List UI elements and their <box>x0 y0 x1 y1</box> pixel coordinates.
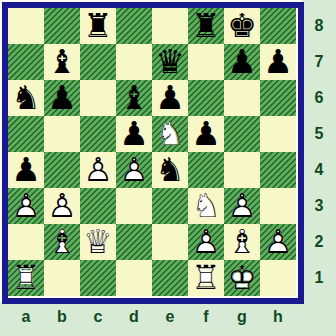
square-a7[interactable] <box>8 44 44 80</box>
square-b6[interactable]: ♟ <box>44 80 80 116</box>
square-e8[interactable] <box>152 8 188 44</box>
file-label-a: a <box>8 302 44 332</box>
piece-black-king[interactable]: ♚ <box>224 8 260 44</box>
board-frame: ♜♜♚♝♛♟♟♞♟♝♟♟♞♘♟♟♟♙♟♙♞♟♙♟♙♞♘♟♙♝♗♛♕♟♙♝♗♟♙♜… <box>2 2 304 304</box>
square-h3[interactable] <box>260 188 296 224</box>
square-c6[interactable] <box>80 80 116 116</box>
square-f7[interactable] <box>188 44 224 80</box>
rank-label-4: 4 <box>304 152 334 188</box>
square-e7[interactable]: ♛ <box>152 44 188 80</box>
rank-label-5: 5 <box>304 116 334 152</box>
square-h7[interactable]: ♟ <box>260 44 296 80</box>
square-h6[interactable] <box>260 80 296 116</box>
square-d7[interactable] <box>116 44 152 80</box>
square-g1[interactable]: ♚♔ <box>224 260 260 296</box>
square-b2[interactable]: ♝♗ <box>44 224 80 260</box>
piece-white-pawn[interactable]: ♟♙ <box>260 224 296 260</box>
square-c5[interactable] <box>80 116 116 152</box>
piece-black-knight[interactable]: ♞ <box>8 80 44 116</box>
square-c4[interactable]: ♟♙ <box>80 152 116 188</box>
square-d5[interactable]: ♟ <box>116 116 152 152</box>
square-h5[interactable] <box>260 116 296 152</box>
square-a4[interactable]: ♟ <box>8 152 44 188</box>
square-d6[interactable]: ♝ <box>116 80 152 116</box>
square-a5[interactable] <box>8 116 44 152</box>
square-b8[interactable] <box>44 8 80 44</box>
piece-white-rook[interactable]: ♜♖ <box>188 260 224 296</box>
file-label-e: e <box>152 302 188 332</box>
file-label-d: d <box>116 302 152 332</box>
piece-white-knight[interactable]: ♞♘ <box>188 188 224 224</box>
rank-label-2: 2 <box>304 224 334 260</box>
square-b1[interactable] <box>44 260 80 296</box>
square-b7[interactable]: ♝ <box>44 44 80 80</box>
piece-white-rook[interactable]: ♜♖ <box>8 260 44 296</box>
square-f8[interactable]: ♜ <box>188 8 224 44</box>
rank-label-8: 8 <box>304 8 334 44</box>
piece-white-bishop[interactable]: ♝♗ <box>224 224 260 260</box>
rank-labels: 87654321 <box>304 8 334 296</box>
square-f6[interactable] <box>188 80 224 116</box>
square-c1[interactable] <box>80 260 116 296</box>
square-g8[interactable]: ♚ <box>224 8 260 44</box>
square-b5[interactable] <box>44 116 80 152</box>
rank-label-1: 1 <box>304 260 334 296</box>
square-a2[interactable] <box>8 224 44 260</box>
piece-white-pawn[interactable]: ♟♙ <box>44 188 80 224</box>
file-labels: abcdefgh <box>8 302 296 332</box>
square-d8[interactable] <box>116 8 152 44</box>
piece-black-bishop[interactable]: ♝ <box>44 44 80 80</box>
piece-black-rook[interactable]: ♜ <box>80 8 116 44</box>
piece-black-pawn[interactable]: ♟ <box>44 80 80 116</box>
square-f5[interactable]: ♟ <box>188 116 224 152</box>
square-g6[interactable] <box>224 80 260 116</box>
piece-black-pawn[interactable]: ♟ <box>260 44 296 80</box>
square-h4[interactable] <box>260 152 296 188</box>
piece-black-pawn[interactable]: ♟ <box>116 116 152 152</box>
square-e2[interactable] <box>152 224 188 260</box>
square-f1[interactable]: ♜♖ <box>188 260 224 296</box>
square-b4[interactable] <box>44 152 80 188</box>
square-f3[interactable]: ♞♘ <box>188 188 224 224</box>
piece-white-pawn[interactable]: ♟♙ <box>8 188 44 224</box>
square-g5[interactable] <box>224 116 260 152</box>
piece-black-pawn[interactable]: ♟ <box>152 80 188 116</box>
file-label-g: g <box>224 302 260 332</box>
square-g7[interactable]: ♟ <box>224 44 260 80</box>
square-e1[interactable] <box>152 260 188 296</box>
square-c8[interactable]: ♜ <box>80 8 116 44</box>
file-label-h: h <box>260 302 296 332</box>
square-a6[interactable]: ♞ <box>8 80 44 116</box>
piece-white-pawn[interactable]: ♟♙ <box>80 152 116 188</box>
piece-white-queen[interactable]: ♛♕ <box>80 224 116 260</box>
rank-label-6: 6 <box>304 80 334 116</box>
rank-label-3: 3 <box>304 188 334 224</box>
piece-black-pawn[interactable]: ♟ <box>224 44 260 80</box>
square-e3[interactable] <box>152 188 188 224</box>
square-f4[interactable] <box>188 152 224 188</box>
rank-label-7: 7 <box>304 44 334 80</box>
piece-white-pawn[interactable]: ♟♙ <box>224 188 260 224</box>
piece-black-bishop[interactable]: ♝ <box>116 80 152 116</box>
chess-diagram: ♜♜♚♝♛♟♟♞♟♝♟♟♞♘♟♟♟♙♟♙♞♟♙♟♙♞♘♟♙♝♗♛♕♟♙♝♗♟♙♜… <box>0 0 336 336</box>
square-a1[interactable]: ♜♖ <box>8 260 44 296</box>
square-a3[interactable]: ♟♙ <box>8 188 44 224</box>
square-c7[interactable] <box>80 44 116 80</box>
piece-black-pawn[interactable]: ♟ <box>188 116 224 152</box>
piece-black-knight[interactable]: ♞ <box>152 152 188 188</box>
file-label-c: c <box>80 302 116 332</box>
square-c3[interactable] <box>80 188 116 224</box>
square-f2[interactable]: ♟♙ <box>188 224 224 260</box>
square-e4[interactable]: ♞ <box>152 152 188 188</box>
square-b3[interactable]: ♟♙ <box>44 188 80 224</box>
piece-white-pawn[interactable]: ♟♙ <box>116 152 152 188</box>
piece-white-bishop[interactable]: ♝♗ <box>44 224 80 260</box>
square-g4[interactable] <box>224 152 260 188</box>
chess-board[interactable]: ♜♜♚♝♛♟♟♞♟♝♟♟♞♘♟♟♟♙♟♙♞♟♙♟♙♞♘♟♙♝♗♛♕♟♙♝♗♟♙♜… <box>8 8 296 296</box>
square-d1[interactable] <box>116 260 152 296</box>
square-g2[interactable]: ♝♗ <box>224 224 260 260</box>
piece-black-rook[interactable]: ♜ <box>188 8 224 44</box>
square-d3[interactable] <box>116 188 152 224</box>
piece-black-queen[interactable]: ♛ <box>152 44 188 80</box>
piece-white-king[interactable]: ♚♔ <box>224 260 260 296</box>
square-e6[interactable]: ♟ <box>152 80 188 116</box>
square-g3[interactable]: ♟♙ <box>224 188 260 224</box>
square-d2[interactable] <box>116 224 152 260</box>
square-a8[interactable] <box>8 8 44 44</box>
square-d4[interactable]: ♟♙ <box>116 152 152 188</box>
file-label-f: f <box>188 302 224 332</box>
file-label-b: b <box>44 302 80 332</box>
square-e5[interactable]: ♞♘ <box>152 116 188 152</box>
square-h8[interactable] <box>260 8 296 44</box>
piece-black-pawn[interactable]: ♟ <box>8 152 44 188</box>
square-h1[interactable] <box>260 260 296 296</box>
square-c2[interactable]: ♛♕ <box>80 224 116 260</box>
piece-white-knight[interactable]: ♞♘ <box>152 116 188 152</box>
square-h2[interactable]: ♟♙ <box>260 224 296 260</box>
piece-white-pawn[interactable]: ♟♙ <box>188 224 224 260</box>
